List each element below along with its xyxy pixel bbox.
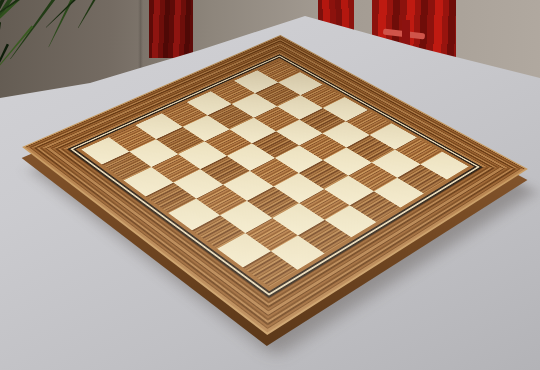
photo-canvas: [0, 0, 540, 370]
chessboard: [0, 0, 540, 370]
board-top: [22, 35, 528, 335]
